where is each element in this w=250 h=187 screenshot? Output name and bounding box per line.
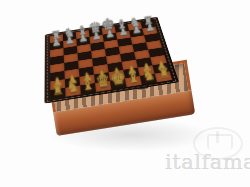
chess-piece: ♝ [125, 70, 140, 86]
chess-piece: ♟ [104, 29, 115, 41]
chess-piece: ♝ [80, 77, 95, 93]
chess-piece: ♚ [108, 68, 126, 88]
chess-piece: ♜ [156, 66, 170, 81]
chess-piece: ♟ [117, 26, 128, 38]
chess-piece: ♟ [91, 31, 102, 43]
brand-watermark: italfama [165, 150, 250, 174]
chess-piece: ♞ [141, 67, 156, 83]
chess-piece: ♟ [131, 24, 142, 36]
chess-set-scene: ♜♞♝♛♚♝♞♜♟♟♟♟♟♟♟♟♟♟♟♟♟♟♟♟♜♞♝♛♚♝♞♜ [52, 14, 212, 169]
chess-piece: ♞ [65, 79, 80, 95]
chess-piece: ♟ [50, 37, 61, 49]
chess-piece: ♟ [144, 22, 155, 34]
chess-piece: ♛ [94, 72, 111, 91]
product-photo-stage: ♜♞♝♛♚♝♞♜♟♟♟♟♟♟♟♟♟♟♟♟♟♟♟♟♜♞♝♛♚♝♞♜ italfam… [0, 0, 250, 187]
chess-piece: ♜ [50, 83, 64, 98]
chess-piece: ♟ [64, 35, 75, 47]
chess-piece: ♟ [77, 33, 88, 45]
